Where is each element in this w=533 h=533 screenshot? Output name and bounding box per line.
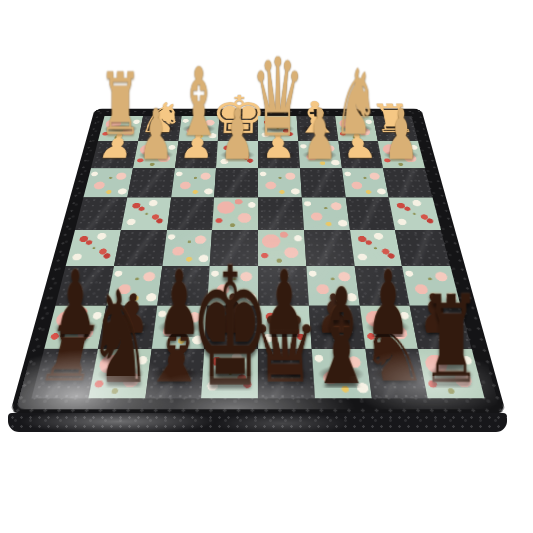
square-g3[interactable] bbox=[127, 168, 174, 198]
piece-white-pawn[interactable]: ♟ bbox=[261, 130, 296, 163]
square-d4[interactable] bbox=[258, 198, 304, 230]
square-f3[interactable] bbox=[171, 168, 217, 198]
square-g2[interactable]: ♟ bbox=[133, 141, 178, 168]
board-front-edge bbox=[8, 413, 507, 432]
piece-white-pawn[interactable]: ♟ bbox=[302, 100, 336, 170]
square-e4[interactable] bbox=[212, 198, 258, 230]
square-f2[interactable]: ♟ bbox=[175, 141, 218, 168]
square-b3[interactable] bbox=[341, 168, 388, 198]
square-e2[interactable]: ♟ bbox=[216, 141, 258, 168]
square-a3[interactable] bbox=[383, 168, 432, 198]
piece-white-pawn[interactable]: ♟ bbox=[96, 130, 138, 163]
square-b2[interactable]: ♟ bbox=[338, 141, 383, 168]
square-f4[interactable] bbox=[167, 198, 215, 230]
chess-board: ♜♞♝♚♛♝♞♜♟♟♟♟♟♟♟♟♟♟♟♟♟♟♟♟♜♞♝♚♛♝♞♜ bbox=[10, 109, 507, 415]
chessboard-photo: ♜♞♝♚♛♝♞♜♟♟♟♟♟♟♟♟♟♟♟♟♟♟♟♟♜♞♝♚♛♝♞♜ bbox=[0, 0, 533, 533]
square-e8[interactable]: ♚ bbox=[201, 349, 258, 398]
square-h2[interactable]: ♟ bbox=[91, 141, 138, 168]
piece-white-pawn[interactable]: ♟ bbox=[178, 130, 215, 163]
square-a4[interactable] bbox=[389, 198, 441, 230]
piece-white-pawn[interactable]: ♟ bbox=[220, 100, 254, 170]
piece-black-bishop[interactable]: ♝ bbox=[308, 271, 374, 404]
square-g4[interactable] bbox=[121, 198, 171, 230]
board-surface: ♜♞♝♚♛♝♞♜♟♟♟♟♟♟♟♟♟♟♟♟♟♟♟♟♜♞♝♚♛♝♞♜ bbox=[31, 116, 484, 398]
square-a2[interactable]: ♟ bbox=[378, 141, 425, 168]
piece-white-pawn[interactable]: ♟ bbox=[384, 100, 418, 170]
piece-white-pawn[interactable]: ♟ bbox=[340, 130, 379, 163]
square-d2[interactable]: ♟ bbox=[258, 141, 300, 168]
piece-black-rook[interactable]: ♜ bbox=[422, 280, 482, 401]
square-c3[interactable] bbox=[300, 168, 346, 198]
square-d3[interactable] bbox=[258, 168, 302, 198]
square-e3[interactable] bbox=[214, 168, 258, 198]
square-c4[interactable] bbox=[302, 198, 350, 230]
square-c8[interactable]: ♝ bbox=[311, 349, 371, 398]
square-b8[interactable]: ♞ bbox=[365, 349, 428, 398]
square-c2[interactable]: ♟ bbox=[298, 141, 341, 168]
square-h3[interactable] bbox=[83, 168, 132, 198]
square-h8[interactable]: ♜ bbox=[31, 349, 97, 398]
square-a8[interactable]: ♜ bbox=[418, 349, 484, 398]
piece-white-pawn[interactable]: ♟ bbox=[138, 100, 172, 170]
square-b4[interactable] bbox=[345, 198, 395, 230]
square-h4[interactable] bbox=[75, 198, 127, 230]
square-g8[interactable]: ♞ bbox=[88, 349, 151, 398]
